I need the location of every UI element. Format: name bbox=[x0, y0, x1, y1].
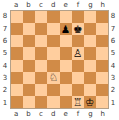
rank-label-2: 2 bbox=[108, 84, 118, 96]
square-g3[interactable] bbox=[84, 72, 96, 84]
square-d7[interactable] bbox=[47, 23, 59, 35]
rank-label-8: 8 bbox=[108, 10, 118, 22]
file-label-h: h bbox=[97, 109, 109, 119]
square-h1[interactable] bbox=[96, 96, 108, 108]
square-c6[interactable] bbox=[35, 35, 47, 47]
file-label-g: g bbox=[84, 109, 96, 119]
square-f1[interactable]: ♖ bbox=[72, 96, 84, 108]
square-e1[interactable] bbox=[60, 96, 72, 108]
square-h4[interactable] bbox=[96, 60, 108, 72]
rank-label-5: 5 bbox=[108, 47, 118, 59]
square-c8[interactable] bbox=[35, 11, 47, 23]
rank-label-7: 7 bbox=[0, 22, 10, 34]
black-king-icon: ♚ bbox=[73, 24, 82, 35]
file-label-f: f bbox=[72, 0, 84, 10]
square-h8[interactable] bbox=[96, 11, 108, 23]
square-d5[interactable] bbox=[47, 47, 59, 59]
square-c1[interactable] bbox=[35, 96, 47, 108]
rank-label-7: 7 bbox=[108, 22, 118, 34]
square-f2[interactable] bbox=[72, 84, 84, 96]
square-f8[interactable] bbox=[72, 11, 84, 23]
square-a1[interactable] bbox=[11, 96, 23, 108]
square-f6[interactable] bbox=[72, 35, 84, 47]
square-a2[interactable] bbox=[11, 84, 23, 96]
square-f3[interactable] bbox=[72, 72, 84, 84]
file-label-a: a bbox=[10, 0, 22, 10]
square-e3[interactable] bbox=[60, 72, 72, 84]
chess-board: ♟♚♙♘♖♔ bbox=[10, 10, 109, 109]
square-c4[interactable] bbox=[35, 60, 47, 72]
square-a6[interactable] bbox=[11, 35, 23, 47]
square-e4[interactable] bbox=[60, 60, 72, 72]
square-b6[interactable] bbox=[23, 35, 35, 47]
file-label-c: c bbox=[35, 0, 47, 10]
rank-label-6: 6 bbox=[108, 35, 118, 47]
square-b1[interactable] bbox=[23, 96, 35, 108]
square-g5[interactable] bbox=[84, 47, 96, 59]
white-knight-icon: ♘ bbox=[49, 72, 58, 83]
file-label-b: b bbox=[22, 0, 34, 10]
square-h2[interactable] bbox=[96, 84, 108, 96]
square-f4[interactable] bbox=[72, 60, 84, 72]
file-label-h: h bbox=[97, 0, 109, 10]
square-f7[interactable]: ♚ bbox=[72, 23, 84, 35]
square-e6[interactable] bbox=[60, 35, 72, 47]
square-f5[interactable]: ♙ bbox=[72, 47, 84, 59]
chess-diagram: abcdefgh 87654321 ♟♚♙♘♖♔ 87654321 abcdef… bbox=[0, 0, 119, 120]
square-c2[interactable] bbox=[35, 84, 47, 96]
square-b8[interactable] bbox=[23, 11, 35, 23]
square-d1[interactable] bbox=[47, 96, 59, 108]
square-a4[interactable] bbox=[11, 60, 23, 72]
file-label-d: d bbox=[47, 0, 59, 10]
square-a7[interactable] bbox=[11, 23, 23, 35]
white-pawn-icon: ♙ bbox=[73, 48, 82, 59]
rank-labels-left: 87654321 bbox=[0, 10, 10, 109]
square-g4[interactable] bbox=[84, 60, 96, 72]
file-label-c: c bbox=[35, 109, 47, 119]
file-label-d: d bbox=[47, 109, 59, 119]
file-label-b: b bbox=[22, 109, 34, 119]
rank-label-4: 4 bbox=[108, 60, 118, 72]
square-a3[interactable] bbox=[11, 72, 23, 84]
rank-label-4: 4 bbox=[0, 60, 10, 72]
file-label-a: a bbox=[10, 109, 22, 119]
white-king-icon: ♔ bbox=[85, 97, 94, 108]
square-g2[interactable] bbox=[84, 84, 96, 96]
file-label-e: e bbox=[60, 109, 72, 119]
square-c7[interactable] bbox=[35, 23, 47, 35]
square-d4[interactable] bbox=[47, 60, 59, 72]
square-c5[interactable] bbox=[35, 47, 47, 59]
square-e2[interactable] bbox=[60, 84, 72, 96]
file-labels-bottom: abcdefgh bbox=[10, 109, 109, 119]
square-c3[interactable] bbox=[35, 72, 47, 84]
rank-labels-right: 87654321 bbox=[108, 10, 118, 109]
rank-label-8: 8 bbox=[0, 10, 10, 22]
square-a8[interactable] bbox=[11, 11, 23, 23]
rank-label-1: 1 bbox=[108, 97, 118, 109]
rank-label-5: 5 bbox=[0, 47, 10, 59]
file-label-f: f bbox=[72, 109, 84, 119]
black-pawn-icon: ♟ bbox=[61, 24, 70, 35]
white-rook-icon: ♖ bbox=[73, 97, 82, 108]
square-d6[interactable] bbox=[47, 35, 59, 47]
square-b4[interactable] bbox=[23, 60, 35, 72]
square-g7[interactable] bbox=[84, 23, 96, 35]
square-e8[interactable] bbox=[60, 11, 72, 23]
rank-label-6: 6 bbox=[0, 35, 10, 47]
rank-label-3: 3 bbox=[108, 72, 118, 84]
square-h3[interactable] bbox=[96, 72, 108, 84]
rank-label-1: 1 bbox=[0, 97, 10, 109]
square-e5[interactable] bbox=[60, 47, 72, 59]
square-e7[interactable]: ♟ bbox=[60, 23, 72, 35]
square-d2[interactable] bbox=[47, 84, 59, 96]
square-a5[interactable] bbox=[11, 47, 23, 59]
square-d3[interactable]: ♘ bbox=[47, 72, 59, 84]
file-label-g: g bbox=[84, 0, 96, 10]
square-b7[interactable] bbox=[23, 23, 35, 35]
square-b5[interactable] bbox=[23, 47, 35, 59]
square-b2[interactable] bbox=[23, 84, 35, 96]
square-h5[interactable] bbox=[96, 47, 108, 59]
square-h7[interactable] bbox=[96, 23, 108, 35]
square-g8[interactable] bbox=[84, 11, 96, 23]
square-g1[interactable]: ♔ bbox=[84, 96, 96, 108]
square-d8[interactable] bbox=[47, 11, 59, 23]
square-b3[interactable] bbox=[23, 72, 35, 84]
square-h6[interactable] bbox=[96, 35, 108, 47]
file-label-e: e bbox=[60, 0, 72, 10]
rank-label-2: 2 bbox=[0, 84, 10, 96]
square-g6[interactable] bbox=[84, 35, 96, 47]
rank-label-3: 3 bbox=[0, 72, 10, 84]
file-labels-top: abcdefgh bbox=[10, 0, 109, 10]
